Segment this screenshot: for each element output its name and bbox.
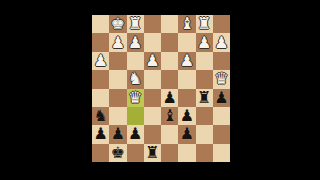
black-bishop-piece[interactable]: ♝ <box>162 108 176 124</box>
square-c3[interactable]: ♟ <box>178 52 195 70</box>
square-a3[interactable] <box>213 52 230 70</box>
square-f2[interactable]: ♟ <box>127 33 144 51</box>
square-e4[interactable] <box>144 70 161 88</box>
black-pawn-piece[interactable]: ♟ <box>93 126 107 142</box>
square-f5[interactable]: ♛ <box>127 89 144 107</box>
black-pawn-piece[interactable]: ♟ <box>128 126 142 142</box>
square-d4[interactable] <box>161 70 178 88</box>
square-b3[interactable] <box>196 52 213 70</box>
square-b2[interactable]: ♟ <box>196 33 213 51</box>
white-king-piece[interactable]: ♚ <box>111 16 125 32</box>
square-d5[interactable]: ♟ <box>161 89 178 107</box>
square-g2[interactable]: ♟ <box>109 33 126 51</box>
white-pawn-piece[interactable]: ♟ <box>145 52 159 68</box>
square-g1[interactable]: ♚ <box>109 15 126 33</box>
square-g3[interactable] <box>109 52 126 70</box>
white-pawn-piece[interactable]: ♟ <box>93 52 107 68</box>
square-b4[interactable] <box>196 70 213 88</box>
square-b8[interactable] <box>196 144 213 162</box>
white-rook-piece[interactable]: ♜ <box>128 16 142 32</box>
square-f7[interactable]: ♟ <box>127 125 144 143</box>
square-e1[interactable] <box>144 15 161 33</box>
square-g6[interactable] <box>109 107 126 125</box>
black-knight-piece[interactable]: ♞ <box>93 108 107 124</box>
white-rook-piece[interactable]: ♜ <box>197 16 211 32</box>
square-a7[interactable] <box>213 125 230 143</box>
square-f1[interactable]: ♜ <box>127 15 144 33</box>
square-g4[interactable] <box>109 70 126 88</box>
square-f4[interactable]: ♞ <box>127 70 144 88</box>
black-pawn-piece[interactable]: ♟ <box>162 89 176 105</box>
square-e8[interactable]: ♜ <box>144 144 161 162</box>
black-pawn-piece[interactable]: ♟ <box>214 89 228 105</box>
white-queen-piece[interactable]: ♛ <box>214 71 228 87</box>
white-pawn-piece[interactable]: ♟ <box>128 34 142 50</box>
square-d2[interactable] <box>161 33 178 51</box>
black-pawn-piece[interactable]: ♟ <box>180 126 194 142</box>
square-h5[interactable] <box>92 89 109 107</box>
black-rook-piece[interactable]: ♜ <box>145 144 159 160</box>
square-a5[interactable]: ♟ <box>213 89 230 107</box>
square-b5[interactable]: ♜ <box>196 89 213 107</box>
video-frame-background: ♚♜♝♜♟♟♟♟♟♟♟♞♛♛♟♜♟♞♝♟♟♟♟♟♚♜ <box>0 0 320 180</box>
white-bishop-piece[interactable]: ♝ <box>180 16 194 32</box>
square-d6[interactable]: ♝ <box>161 107 178 125</box>
square-e7[interactable] <box>144 125 161 143</box>
square-f3[interactable] <box>127 52 144 70</box>
square-c8[interactable] <box>178 144 195 162</box>
square-e6[interactable] <box>144 107 161 125</box>
square-c7[interactable]: ♟ <box>178 125 195 143</box>
square-a6[interactable] <box>213 107 230 125</box>
black-pawn-piece[interactable]: ♟ <box>111 126 125 142</box>
square-a2[interactable]: ♟ <box>213 33 230 51</box>
square-g7[interactable]: ♟ <box>109 125 126 143</box>
square-e2[interactable] <box>144 33 161 51</box>
square-h7[interactable]: ♟ <box>92 125 109 143</box>
square-d7[interactable] <box>161 125 178 143</box>
square-c2[interactable] <box>178 33 195 51</box>
square-a1[interactable] <box>213 15 230 33</box>
square-a8[interactable] <box>213 144 230 162</box>
square-f6[interactable] <box>127 107 144 125</box>
square-f8[interactable] <box>127 144 144 162</box>
black-rook-piece[interactable]: ♜ <box>197 89 211 105</box>
square-d8[interactable] <box>161 144 178 162</box>
square-c4[interactable] <box>178 70 195 88</box>
square-d3[interactable] <box>161 52 178 70</box>
black-pawn-piece[interactable]: ♟ <box>180 108 194 124</box>
square-b6[interactable] <box>196 107 213 125</box>
square-h2[interactable] <box>92 33 109 51</box>
white-pawn-piece[interactable]: ♟ <box>214 34 228 50</box>
square-e3[interactable]: ♟ <box>144 52 161 70</box>
white-pawn-piece[interactable]: ♟ <box>180 52 194 68</box>
square-d1[interactable] <box>161 15 178 33</box>
white-knight-piece[interactable]: ♞ <box>128 71 142 87</box>
square-g5[interactable] <box>109 89 126 107</box>
black-king-piece[interactable]: ♚ <box>111 144 125 160</box>
square-h3[interactable]: ♟ <box>92 52 109 70</box>
square-c1[interactable]: ♝ <box>178 15 195 33</box>
square-b1[interactable]: ♜ <box>196 15 213 33</box>
square-h4[interactable] <box>92 70 109 88</box>
square-e5[interactable] <box>144 89 161 107</box>
square-h8[interactable] <box>92 144 109 162</box>
square-h1[interactable] <box>92 15 109 33</box>
square-a4[interactable]: ♛ <box>213 70 230 88</box>
chess-board: ♚♜♝♜♟♟♟♟♟♟♟♞♛♛♟♜♟♞♝♟♟♟♟♟♚♜ <box>92 15 230 162</box>
white-pawn-piece[interactable]: ♟ <box>111 34 125 50</box>
square-g8[interactable]: ♚ <box>109 144 126 162</box>
square-c5[interactable] <box>178 89 195 107</box>
white-pawn-piece[interactable]: ♟ <box>197 34 211 50</box>
square-c6[interactable]: ♟ <box>178 107 195 125</box>
square-b7[interactable] <box>196 125 213 143</box>
square-h6[interactable]: ♞ <box>92 107 109 125</box>
white-queen-piece[interactable]: ♛ <box>128 89 142 105</box>
